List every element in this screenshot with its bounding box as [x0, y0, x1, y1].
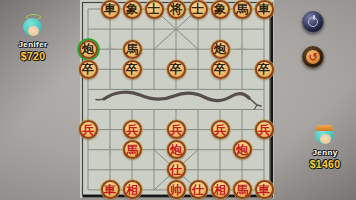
piece-black-soldier[interactable]: 卒	[167, 60, 186, 79]
piece-red-cannon[interactable]: 炮	[167, 140, 186, 159]
avatar-face	[320, 134, 331, 144]
piece-red-elephant[interactable]: 相	[123, 180, 142, 199]
piece-black-horse[interactable]: 馬	[123, 40, 142, 59]
piece-black-advisor[interactable]: 士	[145, 0, 164, 19]
piece-red-soldier[interactable]: 兵	[167, 120, 186, 139]
piece-black-chariot[interactable]: 車	[101, 0, 120, 19]
piece-black-chariot[interactable]: 車	[255, 0, 274, 19]
undo-button[interactable]: ↺	[302, 46, 324, 68]
piece-black-elephant[interactable]: 象	[211, 0, 230, 19]
player-left-money: $720	[3, 50, 63, 62]
piece-black-soldier[interactable]: 卒	[255, 60, 274, 79]
piece-red-horse[interactable]: 馬	[233, 180, 252, 199]
piece-black-soldier[interactable]: 卒	[79, 60, 98, 79]
piece-red-soldier[interactable]: 兵	[255, 120, 274, 139]
power-button[interactable]	[302, 11, 324, 33]
piece-red-general[interactable]: 帅	[167, 180, 186, 199]
player-left-panel: Jenifer $720	[3, 16, 63, 62]
xiangqi-game-screen: 車象士将士象馬車炮馬炮卒卒卒卒卒兵兵兵兵兵馬炮炮仕車相帅仕相馬車 Jenifer…	[0, 0, 356, 200]
piece-red-elephant[interactable]: 相	[211, 180, 230, 199]
piece-black-advisor[interactable]: 士	[189, 0, 208, 19]
piece-red-soldier[interactable]: 兵	[79, 120, 98, 139]
player-right-avatar[interactable]	[314, 124, 336, 146]
player-right-money: $1460	[295, 158, 355, 170]
piece-black-cannon[interactable]: 炮	[211, 40, 230, 59]
piece-black-soldier[interactable]: 卒	[123, 60, 142, 79]
avatar-face	[28, 26, 39, 36]
player-left-avatar[interactable]	[22, 16, 44, 38]
piece-black-general[interactable]: 将	[167, 0, 186, 19]
piece-red-horse[interactable]: 馬	[123, 140, 142, 159]
piece-black-soldier[interactable]: 卒	[211, 60, 230, 79]
river-snake-decoration	[96, 92, 261, 109]
xiangqi-board[interactable]: 車象士将士象馬車炮馬炮卒卒卒卒卒兵兵兵兵兵馬炮炮仕車相帅仕相馬車	[80, 0, 274, 198]
piece-red-advisor[interactable]: 仕	[167, 160, 186, 179]
piece-red-chariot[interactable]: 車	[255, 180, 274, 199]
power-icon-tick	[313, 15, 315, 20]
undo-arrow-icon: ↺	[306, 50, 320, 64]
player-right-name: Jenny	[295, 148, 355, 157]
headband-icon	[316, 125, 333, 131]
piece-red-soldier[interactable]: 兵	[211, 120, 230, 139]
piece-red-soldier[interactable]: 兵	[123, 120, 142, 139]
piece-black-cannon[interactable]: 炮	[79, 40, 98, 59]
piece-red-chariot[interactable]: 車	[101, 180, 120, 199]
player-right-panel: Jenny $1460	[295, 124, 355, 170]
piece-black-elephant[interactable]: 象	[123, 0, 142, 19]
piece-black-horse[interactable]: 馬	[233, 0, 252, 19]
piece-red-cannon[interactable]: 炮	[233, 140, 252, 159]
piece-red-advisor[interactable]: 仕	[189, 180, 208, 199]
player-left-name: Jenifer	[3, 40, 63, 49]
